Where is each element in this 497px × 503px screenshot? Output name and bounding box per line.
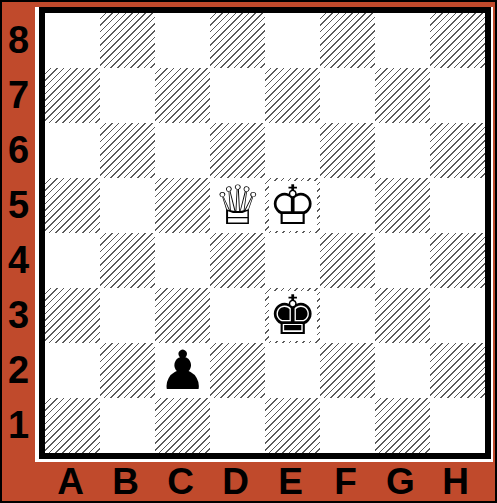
- black-pawn-glyph: ♟: [159, 346, 207, 396]
- square-h3[interactable]: [430, 288, 485, 343]
- square-e2[interactable]: [265, 343, 320, 398]
- square-c6[interactable]: [155, 123, 210, 178]
- square-b2[interactable]: [100, 343, 155, 398]
- file-label-h: H: [428, 460, 483, 503]
- square-a2[interactable]: [45, 343, 100, 398]
- square-b7[interactable]: [100, 68, 155, 123]
- square-g5[interactable]: [375, 178, 430, 233]
- square-c8[interactable]: [155, 13, 210, 68]
- rank-labels: 87654321: [2, 13, 35, 453]
- square-d4[interactable]: [210, 233, 265, 288]
- square-g6[interactable]: [375, 123, 430, 178]
- square-a1[interactable]: [45, 398, 100, 453]
- square-b8[interactable]: [100, 13, 155, 68]
- rank-label-8: 8: [2, 13, 35, 68]
- square-b4[interactable]: [100, 233, 155, 288]
- piece-black-king[interactable]: ♚: [269, 291, 317, 341]
- square-g8[interactable]: [375, 13, 430, 68]
- square-c4[interactable]: [155, 233, 210, 288]
- rank-label-3: 3: [2, 288, 35, 343]
- board-mat: ♕♔♚♟: [35, 7, 493, 462]
- square-f4[interactable]: [320, 233, 375, 288]
- square-h7[interactable]: [430, 68, 485, 123]
- square-e1[interactable]: [265, 398, 320, 453]
- square-f2[interactable]: [320, 343, 375, 398]
- file-label-f: F: [318, 460, 373, 503]
- square-d6[interactable]: [210, 123, 265, 178]
- square-f5[interactable]: [320, 178, 375, 233]
- file-labels: ABCDEFGH: [43, 460, 483, 503]
- square-a7[interactable]: [45, 68, 100, 123]
- square-c5[interactable]: [155, 178, 210, 233]
- square-f6[interactable]: [320, 123, 375, 178]
- square-b3[interactable]: [100, 288, 155, 343]
- square-d3[interactable]: [210, 288, 265, 343]
- piece-black-pawn[interactable]: ♟: [159, 346, 207, 396]
- rank-label-4: 4: [2, 233, 35, 288]
- file-label-d: D: [208, 460, 263, 503]
- square-e6[interactable]: [265, 123, 320, 178]
- rank-label-1: 1: [2, 398, 35, 453]
- square-c7[interactable]: [155, 68, 210, 123]
- white-king-glyph: ♔: [269, 181, 317, 231]
- square-g3[interactable]: [375, 288, 430, 343]
- square-g1[interactable]: [375, 398, 430, 453]
- square-f8[interactable]: [320, 13, 375, 68]
- square-f3[interactable]: [320, 288, 375, 343]
- file-label-e: E: [263, 460, 318, 503]
- file-label-b: B: [98, 460, 153, 503]
- chess-board: ♕♔♚♟: [39, 7, 491, 459]
- rank-label-5: 5: [2, 178, 35, 233]
- square-e8[interactable]: [265, 13, 320, 68]
- square-c1[interactable]: [155, 398, 210, 453]
- square-b5[interactable]: [100, 178, 155, 233]
- square-e4[interactable]: [265, 233, 320, 288]
- square-h8[interactable]: [430, 13, 485, 68]
- square-h4[interactable]: [430, 233, 485, 288]
- square-d1[interactable]: [210, 398, 265, 453]
- square-d7[interactable]: [210, 68, 265, 123]
- rank-label-7: 7: [2, 68, 35, 123]
- square-b6[interactable]: [100, 123, 155, 178]
- square-h5[interactable]: [430, 178, 485, 233]
- rank-label-2: 2: [2, 343, 35, 398]
- square-a4[interactable]: [45, 233, 100, 288]
- square-a3[interactable]: [45, 288, 100, 343]
- square-e3[interactable]: ♚: [265, 288, 320, 343]
- square-a8[interactable]: [45, 13, 100, 68]
- square-h1[interactable]: [430, 398, 485, 453]
- file-label-c: C: [153, 460, 208, 503]
- square-h6[interactable]: [430, 123, 485, 178]
- square-c2[interactable]: ♟: [155, 343, 210, 398]
- black-king-glyph: ♚: [269, 291, 317, 341]
- white-queen-glyph: ♕: [214, 181, 262, 231]
- piece-white-king[interactable]: ♔: [269, 181, 317, 231]
- square-e5[interactable]: ♔: [265, 178, 320, 233]
- square-g2[interactable]: [375, 343, 430, 398]
- chess-diagram: 87654321 ♕♔♚♟ ABCDEFGH: [0, 0, 497, 503]
- square-d5[interactable]: ♕: [210, 178, 265, 233]
- square-a5[interactable]: [45, 178, 100, 233]
- rank-label-6: 6: [2, 123, 35, 178]
- square-h2[interactable]: [430, 343, 485, 398]
- square-c3[interactable]: [155, 288, 210, 343]
- file-label-g: G: [373, 460, 428, 503]
- square-e7[interactable]: [265, 68, 320, 123]
- file-label-a: A: [43, 460, 98, 503]
- square-g4[interactable]: [375, 233, 430, 288]
- square-f1[interactable]: [320, 398, 375, 453]
- square-b1[interactable]: [100, 398, 155, 453]
- square-d8[interactable]: [210, 13, 265, 68]
- square-f7[interactable]: [320, 68, 375, 123]
- square-a6[interactable]: [45, 123, 100, 178]
- piece-white-queen[interactable]: ♕: [214, 181, 262, 231]
- square-d2[interactable]: [210, 343, 265, 398]
- square-g7[interactable]: [375, 68, 430, 123]
